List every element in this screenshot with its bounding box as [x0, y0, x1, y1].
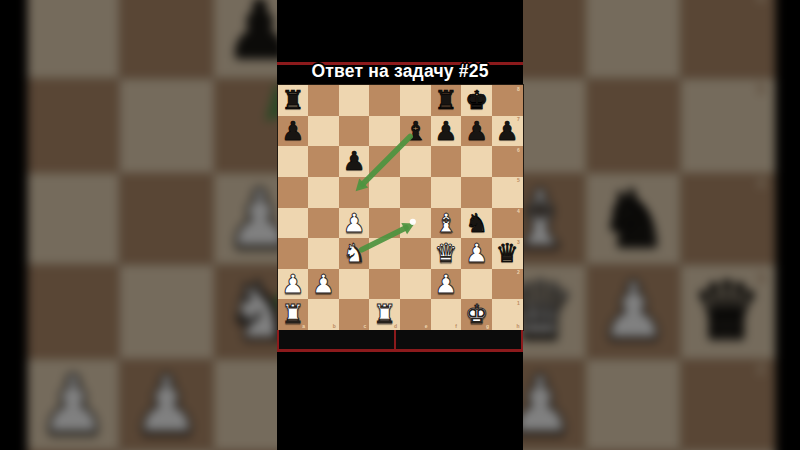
square-b4 — [308, 208, 339, 239]
bg-square-a6 — [26, 0, 119, 78]
square-g5 — [461, 177, 492, 208]
square-c8 — [339, 85, 370, 116]
bg-white-pawn-g3: ♟ — [587, 265, 680, 358]
bg-black-queen-h3: ♛ — [680, 265, 773, 358]
square-g2 — [461, 269, 492, 300]
square-d8 — [369, 85, 400, 116]
bg-square-a4 — [26, 172, 119, 265]
black-rook-a8: ♜ — [278, 85, 309, 116]
square-b5 — [308, 177, 339, 208]
black-pawn-f7: ♟ — [431, 116, 462, 147]
bg-rank-label-2: 2 — [757, 363, 765, 378]
bg-square-h6 — [680, 0, 773, 78]
black-queen-h3: ♛ — [492, 238, 523, 269]
chess-board[interactable]: abcdefgh87654321♜♜♚♟♝♟♟♟♟♟♝♞♞♛♟♛♟♟♟♜♜♚ — [278, 85, 523, 330]
video-player-stage: Ответ на задачу #25 abcdefgh87654321♜♜♚♟… — [0, 0, 800, 450]
bg-square-g5 — [587, 78, 680, 171]
square-b3 — [308, 238, 339, 269]
black-pawn-c6: ♟ — [339, 146, 370, 177]
video-title: Ответ на задачу #25 — [277, 61, 523, 82]
file-label-f: f — [455, 324, 457, 329]
square-d2 — [369, 269, 400, 300]
square-d6 — [369, 146, 400, 177]
bg-black-knight-g4: ♞ — [587, 172, 680, 265]
bg-square-a3 — [26, 265, 119, 358]
white-queen-f3: ♛ — [431, 238, 462, 269]
white-pawn-g3: ♟ — [461, 238, 492, 269]
white-pawn-a2: ♟ — [278, 269, 309, 300]
rank-label-4: 4 — [517, 209, 520, 214]
file-label-h: h — [517, 324, 520, 329]
white-rook-a1: ♜ — [278, 299, 309, 330]
square-a5 — [278, 177, 309, 208]
square-e6 — [400, 146, 431, 177]
right-frame-line — [521, 330, 523, 351]
black-pawn-a7: ♟ — [278, 116, 309, 147]
square-d4 — [369, 208, 400, 239]
white-knight-c3: ♞ — [339, 238, 370, 269]
square-d7 — [369, 116, 400, 147]
below-board-strip — [277, 330, 523, 350]
black-pawn-h7: ♟ — [492, 116, 523, 147]
bg-white-pawn-b2: ♟ — [120, 358, 213, 450]
square-e2 — [400, 269, 431, 300]
square-e8 — [400, 85, 431, 116]
bg-rank-label-4: 4 — [757, 176, 765, 191]
square-c5 — [339, 177, 370, 208]
file-label-e: e — [425, 324, 428, 329]
bg-square-b3 — [120, 265, 213, 358]
square-b6 — [308, 146, 339, 177]
square-f5 — [431, 177, 462, 208]
square-e4 — [400, 208, 431, 239]
bg-rank-label-6: 6 — [757, 0, 765, 5]
bottom-frame-line — [277, 349, 523, 352]
bg-rank-label-5: 5 — [757, 83, 765, 98]
square-e5 — [400, 177, 431, 208]
white-pawn-b2: ♟ — [308, 269, 339, 300]
square-b7 — [308, 116, 339, 147]
bg-white-pawn-a2: ♟ — [26, 358, 119, 450]
square-f6 — [431, 146, 462, 177]
square-e3 — [400, 238, 431, 269]
black-rook-f8: ♜ — [431, 85, 462, 116]
square-a3 — [278, 238, 309, 269]
bg-square-b4 — [120, 172, 213, 265]
square-a4 — [278, 208, 309, 239]
square-c7 — [339, 116, 370, 147]
rank-label-1: 1 — [517, 301, 520, 306]
white-king-g1: ♚ — [461, 299, 492, 330]
white-rook-d1: ♜ — [369, 299, 400, 330]
white-pawn-c4: ♟ — [339, 208, 370, 239]
file-label-b: b — [333, 324, 336, 329]
bg-square-g2 — [587, 358, 680, 450]
square-d5 — [369, 177, 400, 208]
square-d3 — [369, 238, 400, 269]
bg-square-a5 — [26, 78, 119, 171]
square-b8 — [308, 85, 339, 116]
square-g6 — [461, 146, 492, 177]
left-frame-line — [277, 330, 279, 351]
black-knight-g4: ♞ — [461, 208, 492, 239]
bg-square-g6 — [587, 0, 680, 78]
square-c2 — [339, 269, 370, 300]
bg-square-b5 — [120, 78, 213, 171]
white-pawn-f2: ♟ — [431, 269, 462, 300]
black-bishop-e7: ♝ — [400, 116, 431, 147]
rank-label-2: 2 — [517, 270, 520, 275]
rank-label-6: 6 — [517, 148, 520, 153]
black-king-g8: ♚ — [461, 85, 492, 116]
white-bishop-f4: ♝ — [431, 208, 462, 239]
short-video-frame[interactable]: Ответ на задачу #25 abcdefgh87654321♜♜♚♟… — [277, 0, 523, 450]
rank-label-5: 5 — [517, 178, 520, 183]
middle-frame-line — [394, 330, 396, 351]
file-label-c: c — [363, 324, 366, 329]
square-a6 — [278, 146, 309, 177]
bg-square-b6 — [120, 0, 213, 78]
black-pawn-g7: ♟ — [461, 116, 492, 147]
rank-label-8: 8 — [517, 87, 520, 92]
